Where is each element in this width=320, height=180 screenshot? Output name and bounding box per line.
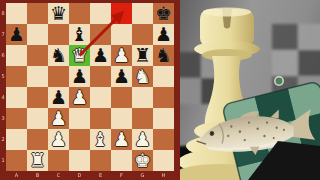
square-g4[interactable] [132,87,153,108]
square-d5[interactable]: ♟ [69,66,90,87]
square-a2[interactable] [6,129,27,150]
piece-black-pawn[interactable]: ♟ [155,25,172,44]
piece-white-pawn[interactable]: ♟ [50,109,67,128]
square-c6[interactable]: ♞ [48,45,69,66]
file-label-b: B [27,171,48,180]
square-f1[interactable] [111,150,132,171]
file-label-c: C [48,171,69,180]
square-g7[interactable] [132,24,153,45]
piece-black-pawn[interactable]: ♟ [50,88,67,107]
square-d8[interactable] [69,3,90,24]
square-f8[interactable] [111,3,132,24]
file-label-a: A [6,171,27,180]
square-a6[interactable] [6,45,27,66]
piece-black-pawn[interactable]: ♟ [113,67,130,86]
square-e7[interactable] [90,24,111,45]
piece-white-queen[interactable]: ♛ [71,46,88,65]
photo-panel [180,0,320,180]
piece-white-knight[interactable]: ♞ [134,67,151,86]
watermark-badge [274,76,284,86]
file-label-d: D [69,171,90,180]
square-h7[interactable]: ♟ [153,24,174,45]
square-e2[interactable]: ♝ [90,129,111,150]
square-f5[interactable]: ♟ [111,66,132,87]
piece-white-king[interactable]: ♚ [134,151,151,170]
square-h4[interactable] [153,87,174,108]
piece-black-pawn[interactable]: ♟ [71,67,88,86]
square-c1[interactable] [48,150,69,171]
piece-white-pawn[interactable]: ♟ [50,130,67,149]
square-g6[interactable]: ♜ [132,45,153,66]
square-d3[interactable] [69,108,90,129]
piece-white-bishop[interactable]: ♝ [92,130,109,149]
square-e5[interactable] [90,66,111,87]
square-c4[interactable]: ♟ [48,87,69,108]
chess-board-panel: 87654321 ABCDEFGH ♛♚♟♝♟♞♛♟♟♜♞♟♟♞♟♟♟♟♝♟♟♜… [0,0,180,180]
square-h5[interactable] [153,66,174,87]
square-g2[interactable]: ♟ [132,129,153,150]
square-f6[interactable]: ♟ [111,45,132,66]
square-d1[interactable] [69,150,90,171]
piece-white-pawn[interactable]: ♟ [113,130,130,149]
chess-board[interactable]: ♛♚♟♝♟♞♛♟♟♜♞♟♟♞♟♟♟♟♝♟♟♜♚ [6,3,174,171]
square-h2[interactable] [153,129,174,150]
square-b3[interactable] [27,108,48,129]
square-h8[interactable]: ♚ [153,3,174,24]
rook-and-fish-photo [180,0,320,180]
square-a4[interactable] [6,87,27,108]
square-e3[interactable] [90,108,111,129]
square-e1[interactable] [90,150,111,171]
piece-white-pawn[interactable]: ♟ [71,88,88,107]
piece-white-pawn[interactable]: ♟ [113,46,130,65]
square-h6[interactable]: ♞ [153,45,174,66]
square-g8[interactable] [132,3,153,24]
square-c7[interactable] [48,24,69,45]
square-h1[interactable] [153,150,174,171]
square-a8[interactable] [6,3,27,24]
square-g3[interactable] [132,108,153,129]
square-f7[interactable] [111,24,132,45]
piece-black-bishop[interactable]: ♝ [71,25,88,44]
square-e6[interactable]: ♟ [90,45,111,66]
square-b4[interactable] [27,87,48,108]
square-a3[interactable] [6,108,27,129]
square-g5[interactable]: ♞ [132,66,153,87]
square-c3[interactable]: ♟ [48,108,69,129]
square-b5[interactable] [27,66,48,87]
file-label-h: H [153,171,174,180]
square-d4[interactable]: ♟ [69,87,90,108]
square-b6[interactable] [27,45,48,66]
square-c8[interactable]: ♛ [48,3,69,24]
square-a5[interactable] [6,66,27,87]
file-label-f: F [111,171,132,180]
piece-white-pawn[interactable]: ♟ [134,130,151,149]
square-f3[interactable] [111,108,132,129]
file-label-g: G [132,171,153,180]
thumbnail: 87654321 ABCDEFGH ♛♚♟♝♟♞♛♟♟♜♞♟♟♞♟♟♟♟♝♟♟♜… [0,0,320,180]
square-b2[interactable] [27,129,48,150]
file-label-e: E [90,171,111,180]
square-f4[interactable] [111,87,132,108]
piece-black-knight[interactable]: ♞ [50,46,67,65]
square-b7[interactable] [27,24,48,45]
square-c2[interactable]: ♟ [48,129,69,150]
piece-white-rook[interactable]: ♜ [29,151,46,170]
piece-black-rook[interactable]: ♜ [134,46,151,65]
piece-black-pawn[interactable]: ♟ [8,25,25,44]
square-b1[interactable]: ♜ [27,150,48,171]
square-b8[interactable] [27,3,48,24]
square-d6[interactable]: ♛ [69,45,90,66]
square-e8[interactable] [90,3,111,24]
piece-black-knight[interactable]: ♞ [155,46,172,65]
piece-black-pawn[interactable]: ♟ [92,46,109,65]
square-g1[interactable]: ♚ [132,150,153,171]
square-e4[interactable] [90,87,111,108]
piece-black-king[interactable]: ♚ [155,4,172,23]
square-f2[interactable]: ♟ [111,129,132,150]
square-a1[interactable] [6,150,27,171]
piece-black-queen[interactable]: ♛ [50,4,67,23]
square-d2[interactable] [69,129,90,150]
square-a7[interactable]: ♟ [6,24,27,45]
square-c5[interactable] [48,66,69,87]
square-h3[interactable] [153,108,174,129]
square-d7[interactable]: ♝ [69,24,90,45]
